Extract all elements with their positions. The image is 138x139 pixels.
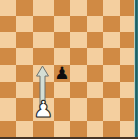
square-e2[interactable] <box>70 98 86 121</box>
square-d7[interactable] <box>54 16 70 32</box>
square-b1[interactable] <box>16 121 32 137</box>
square-f1[interactable] <box>87 121 103 137</box>
square-a6[interactable] <box>0 32 16 48</box>
square-f2[interactable] <box>87 98 103 121</box>
square-f7[interactable] <box>87 16 103 32</box>
chess-board-container: ♟♟ <box>0 0 138 139</box>
square-c6[interactable] <box>33 32 54 48</box>
square-g2[interactable] <box>103 98 119 121</box>
square-a2[interactable] <box>0 98 16 121</box>
square-c4[interactable] <box>33 65 54 82</box>
square-a5[interactable] <box>0 48 16 64</box>
square-g3[interactable] <box>103 82 119 98</box>
square-e3[interactable] <box>70 82 86 98</box>
square-a8[interactable] <box>0 0 16 16</box>
square-d2[interactable] <box>54 98 70 121</box>
white-pawn[interactable]: ♟ <box>33 97 54 120</box>
square-b2[interactable] <box>16 98 32 121</box>
square-g1[interactable] <box>103 121 119 137</box>
square-d6[interactable] <box>54 32 70 48</box>
square-c7[interactable] <box>33 16 54 32</box>
square-d4[interactable]: ♟ <box>54 65 70 82</box>
chess-board: ♟♟ <box>0 0 136 137</box>
square-e8[interactable] <box>70 0 86 16</box>
square-a7[interactable] <box>0 16 16 32</box>
square-d8[interactable] <box>54 0 70 16</box>
square-d3[interactable] <box>54 82 70 98</box>
square-b7[interactable] <box>16 16 32 32</box>
square-a1[interactable] <box>0 121 16 137</box>
square-e1[interactable] <box>70 121 86 137</box>
window-edge-strip <box>134 0 138 137</box>
square-e6[interactable] <box>70 32 86 48</box>
black-pawn[interactable]: ♟ <box>54 64 69 81</box>
square-f8[interactable] <box>87 0 103 16</box>
square-f4[interactable] <box>87 65 103 82</box>
square-g5[interactable] <box>103 48 119 64</box>
square-f6[interactable] <box>87 32 103 48</box>
square-c8[interactable] <box>33 0 54 16</box>
square-g4[interactable] <box>103 65 119 82</box>
square-b6[interactable] <box>16 32 32 48</box>
board-bottom-edge <box>0 137 138 139</box>
square-g8[interactable] <box>103 0 119 16</box>
square-a4[interactable] <box>0 65 16 82</box>
square-c5[interactable] <box>33 48 54 64</box>
square-f3[interactable] <box>87 82 103 98</box>
square-f5[interactable] <box>87 48 103 64</box>
square-a3[interactable] <box>0 82 16 98</box>
square-g7[interactable] <box>103 16 119 32</box>
square-c1[interactable] <box>33 121 54 137</box>
square-b5[interactable] <box>16 48 32 64</box>
square-e4[interactable] <box>70 65 86 82</box>
square-c2[interactable]: ♟ <box>33 98 54 121</box>
square-b8[interactable] <box>16 0 32 16</box>
square-b4[interactable] <box>16 65 32 82</box>
square-g6[interactable] <box>103 32 119 48</box>
square-d1[interactable] <box>54 121 70 137</box>
square-b3[interactable] <box>16 82 32 98</box>
square-e7[interactable] <box>70 16 86 32</box>
square-e5[interactable] <box>70 48 86 64</box>
